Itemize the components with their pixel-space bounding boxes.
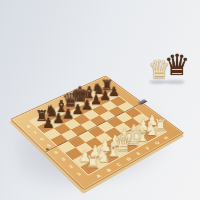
- square-d1: ♛: [111, 145, 129, 157]
- latch-clasp-icon: [138, 99, 148, 105]
- product-photo-chess-set: ♜♞♝♛♚♝♞♜♟♟♟♟♟♟♟♟♟♟♟♟♟♟♟♟♜♞♝♛♚♝♞♜ ABCDEFG…: [0, 0, 200, 200]
- photo-scene: ♜♞♝♛♚♝♞♜♟♟♟♟♟♟♟♟♟♟♟♟♟♟♟♟♜♞♝♛♚♝♞♜ ABCDEFG…: [0, 0, 200, 200]
- piece-white-pawn: ♟: [130, 113, 174, 127]
- chess-board: ♜♞♝♛♚♝♞♜♟♟♟♟♟♟♟♟♟♟♟♟♟♟♟♟♜♞♝♛♚♝♞♜ ABCDEFG…: [10, 75, 184, 190]
- square-c6: [64, 119, 81, 130]
- spare-piece-shadow: [165, 80, 185, 84]
- spare-black-queen: ♛: [164, 51, 190, 80]
- board-squares: ♜♞♝♛♚♝♞♜♟♟♟♟♟♟♟♟♟♟♟♟♟♟♟♟♜♞♝♛♚♝♞♜: [29, 85, 167, 175]
